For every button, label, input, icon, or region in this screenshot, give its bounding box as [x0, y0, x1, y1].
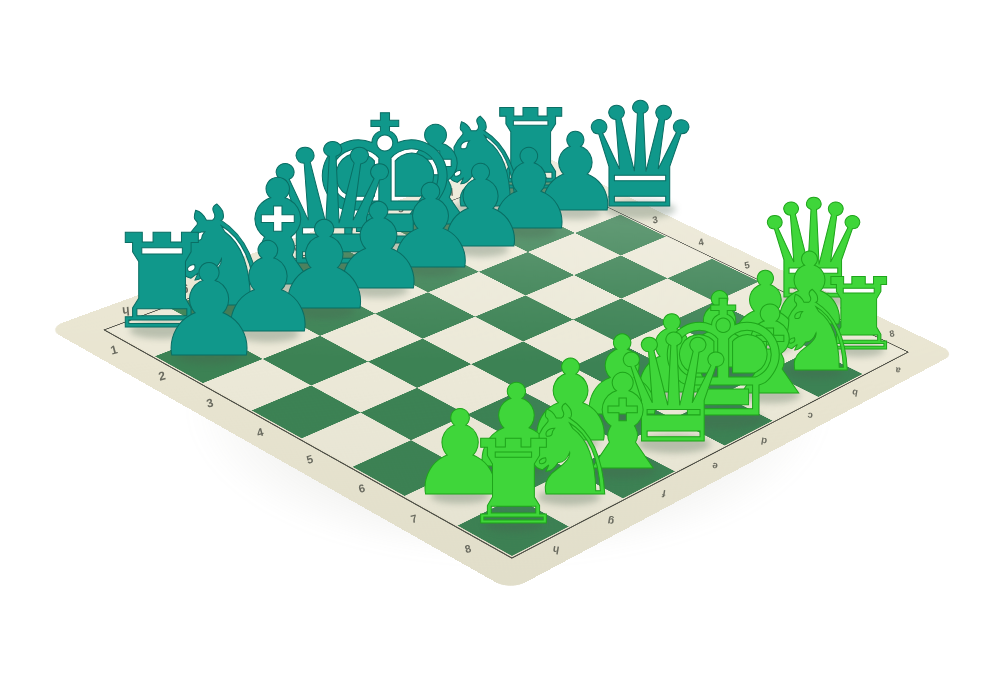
black-rook-glyph: ♜: [461, 425, 565, 541]
piece-black-rook-h8[interactable]: ♜: [514, 526, 618, 642]
white-pawn-glyph: ♟: [152, 247, 266, 374]
chess-mat-photo-scene: 1122334455667788aabbccddeeffgghh ♜♞♝♚♛♝♞…: [0, 0, 1000, 700]
piece-white-pawn-h2[interactable]: ♟: [209, 358, 323, 485]
